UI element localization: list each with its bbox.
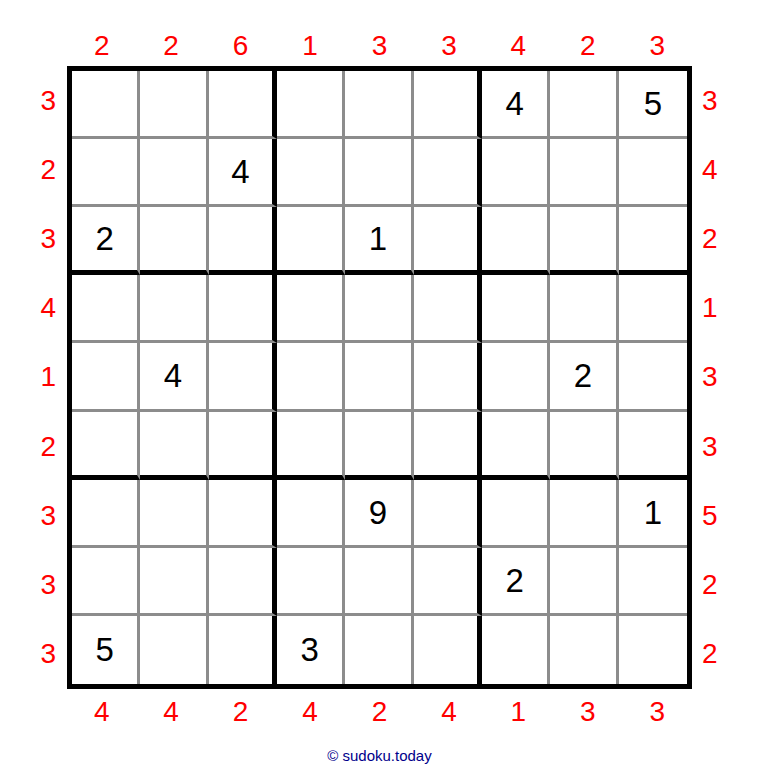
sudoku-cell-r4c4[interactable] bbox=[277, 275, 345, 343]
sudoku-cell-r8c9[interactable] bbox=[619, 548, 687, 616]
sudoku-cell-r9c3[interactable] bbox=[209, 616, 277, 684]
sudoku-cell-r2c4[interactable] bbox=[277, 139, 345, 207]
sudoku-cell-r1c9[interactable]: 5 bbox=[619, 71, 687, 139]
sudoku-cell-r7c2[interactable] bbox=[140, 480, 208, 548]
clue-bottom-4: 4 bbox=[275, 692, 344, 732]
sudoku-cell-r1c5[interactable] bbox=[345, 71, 413, 139]
clue-left-7: 3 bbox=[26, 481, 64, 550]
sudoku-cell-r2c8[interactable] bbox=[550, 139, 618, 207]
sudoku-cell-r6c7[interactable] bbox=[482, 412, 550, 480]
clue-right-8: 2 bbox=[694, 551, 734, 620]
sudoku-cell-r3c5[interactable]: 1 bbox=[345, 207, 413, 275]
clue-right-5: 3 bbox=[694, 343, 734, 412]
sudoku-cell-r7c8[interactable] bbox=[550, 480, 618, 548]
sudoku-cell-r6c8[interactable] bbox=[550, 412, 618, 480]
clue-bottom-3: 2 bbox=[206, 692, 275, 732]
sudoku-cell-r1c3[interactable] bbox=[209, 71, 277, 139]
sudoku-cell-r6c3[interactable] bbox=[209, 412, 277, 480]
clue-left-8: 3 bbox=[26, 551, 64, 620]
site-credit: © sudoku.today bbox=[0, 747, 759, 764]
clue-top-8: 2 bbox=[553, 24, 622, 64]
left-clues: 323412333 bbox=[26, 66, 64, 689]
puzzle-page: 226133423 323412333 342133522 442424133 … bbox=[0, 0, 759, 779]
sudoku-cell-r6c4[interactable] bbox=[277, 412, 345, 480]
sudoku-cell-r2c6[interactable] bbox=[414, 139, 482, 207]
clue-right-1: 3 bbox=[694, 66, 734, 135]
sudoku-cell-r9c9[interactable] bbox=[619, 616, 687, 684]
sudoku-board: 454214291253 bbox=[67, 66, 692, 689]
sudoku-cell-r7c9[interactable]: 1 bbox=[619, 480, 687, 548]
sudoku-cell-r4c1[interactable] bbox=[72, 275, 140, 343]
clue-top-3: 6 bbox=[206, 24, 275, 64]
sudoku-cell-r3c6[interactable] bbox=[414, 207, 482, 275]
sudoku-cell-r5c8[interactable]: 2 bbox=[550, 343, 618, 411]
sudoku-cell-r8c6[interactable] bbox=[414, 548, 482, 616]
sudoku-cell-r6c1[interactable] bbox=[72, 412, 140, 480]
clue-left-9: 3 bbox=[26, 620, 64, 689]
clue-right-9: 2 bbox=[694, 620, 734, 689]
clue-top-5: 3 bbox=[345, 24, 414, 64]
clue-top-9: 3 bbox=[623, 24, 692, 64]
sudoku-cell-r4c8[interactable] bbox=[550, 275, 618, 343]
sudoku-cell-r9c8[interactable] bbox=[550, 616, 618, 684]
clue-top-7: 4 bbox=[484, 24, 553, 64]
sudoku-cell-r7c1[interactable] bbox=[72, 480, 140, 548]
sudoku-cell-r4c9[interactable] bbox=[619, 275, 687, 343]
sudoku-cell-r9c5[interactable] bbox=[345, 616, 413, 684]
sudoku-cell-r5c5[interactable] bbox=[345, 343, 413, 411]
sudoku-cell-r4c7[interactable] bbox=[482, 275, 550, 343]
sudoku-cell-r7c3[interactable] bbox=[209, 480, 277, 548]
sudoku-cell-r2c5[interactable] bbox=[345, 139, 413, 207]
sudoku-cell-r3c4[interactable] bbox=[277, 207, 345, 275]
clue-left-1: 3 bbox=[26, 66, 64, 135]
sudoku-cell-r7c5[interactable]: 9 bbox=[345, 480, 413, 548]
sudoku-cell-r5c4[interactable] bbox=[277, 343, 345, 411]
sudoku-cell-r2c1[interactable] bbox=[72, 139, 140, 207]
sudoku-cell-r4c6[interactable] bbox=[414, 275, 482, 343]
sudoku-cell-r1c1[interactable] bbox=[72, 71, 140, 139]
clue-bottom-5: 2 bbox=[345, 692, 414, 732]
clue-top-1: 2 bbox=[67, 24, 136, 64]
sudoku-cell-r8c1[interactable] bbox=[72, 548, 140, 616]
clue-bottom-1: 4 bbox=[67, 692, 136, 732]
clue-bottom-8: 3 bbox=[553, 692, 622, 732]
sudoku-cell-r6c5[interactable] bbox=[345, 412, 413, 480]
sudoku-cell-r1c8[interactable] bbox=[550, 71, 618, 139]
clue-bottom-7: 1 bbox=[484, 692, 553, 732]
clue-right-4: 1 bbox=[694, 274, 734, 343]
clue-left-4: 4 bbox=[26, 274, 64, 343]
sudoku-cell-r2c3[interactable]: 4 bbox=[209, 139, 277, 207]
clue-bottom-2: 4 bbox=[136, 692, 205, 732]
sudoku-cell-r9c7[interactable] bbox=[482, 616, 550, 684]
sudoku-cell-r8c8[interactable] bbox=[550, 548, 618, 616]
clue-right-6: 3 bbox=[694, 412, 734, 481]
sudoku-cell-r1c4[interactable] bbox=[277, 71, 345, 139]
sudoku-cell-r3c3[interactable] bbox=[209, 207, 277, 275]
sudoku-cell-r3c1[interactable]: 2 bbox=[72, 207, 140, 275]
clue-left-3: 3 bbox=[26, 204, 64, 273]
right-clues: 342133522 bbox=[694, 66, 734, 689]
clue-left-6: 2 bbox=[26, 412, 64, 481]
sudoku-cell-r4c3[interactable] bbox=[209, 275, 277, 343]
sudoku-cell-r9c1[interactable]: 5 bbox=[72, 616, 140, 684]
sudoku-cell-r7c4[interactable] bbox=[277, 480, 345, 548]
sudoku-cell-r1c7[interactable]: 4 bbox=[482, 71, 550, 139]
sudoku-cell-r2c9[interactable] bbox=[619, 139, 687, 207]
clue-right-3: 2 bbox=[694, 204, 734, 273]
sudoku-cell-r7c7[interactable] bbox=[482, 480, 550, 548]
sudoku-cell-r8c3[interactable] bbox=[209, 548, 277, 616]
sudoku-cell-r2c7[interactable] bbox=[482, 139, 550, 207]
sudoku-cell-r3c9[interactable] bbox=[619, 207, 687, 275]
clue-right-2: 4 bbox=[694, 135, 734, 204]
clue-left-5: 1 bbox=[26, 343, 64, 412]
sudoku-cell-r5c6[interactable] bbox=[414, 343, 482, 411]
sudoku-cell-r8c5[interactable] bbox=[345, 548, 413, 616]
sudoku-cell-r9c2[interactable] bbox=[140, 616, 208, 684]
clue-top-2: 2 bbox=[136, 24, 205, 64]
sudoku-cell-r9c4[interactable]: 3 bbox=[277, 616, 345, 684]
clue-top-4: 1 bbox=[275, 24, 344, 64]
sudoku-cell-r3c2[interactable] bbox=[140, 207, 208, 275]
sudoku-cell-r3c7[interactable] bbox=[482, 207, 550, 275]
sudoku-cell-r4c2[interactable] bbox=[140, 275, 208, 343]
sudoku-cell-r5c1[interactable] bbox=[72, 343, 140, 411]
sudoku-cell-r6c2[interactable] bbox=[140, 412, 208, 480]
sudoku-cell-r4c5[interactable] bbox=[345, 275, 413, 343]
bottom-clues: 442424133 bbox=[67, 692, 692, 732]
sudoku-cell-r1c6[interactable] bbox=[414, 71, 482, 139]
clue-left-2: 2 bbox=[26, 135, 64, 204]
sudoku-cell-r5c2[interactable]: 4 bbox=[140, 343, 208, 411]
sudoku-cell-r3c8[interactable] bbox=[550, 207, 618, 275]
sudoku-cell-r9c6[interactable] bbox=[414, 616, 482, 684]
sudoku-cell-r8c4[interactable] bbox=[277, 548, 345, 616]
clue-bottom-6: 4 bbox=[414, 692, 483, 732]
sudoku-cell-r5c7[interactable] bbox=[482, 343, 550, 411]
sudoku-cell-r1c2[interactable] bbox=[140, 71, 208, 139]
sudoku-cell-r6c6[interactable] bbox=[414, 412, 482, 480]
sudoku-cell-r5c9[interactable] bbox=[619, 343, 687, 411]
sudoku-cell-r2c2[interactable] bbox=[140, 139, 208, 207]
clue-right-7: 5 bbox=[694, 481, 734, 550]
sudoku-cell-r5c3[interactable] bbox=[209, 343, 277, 411]
sudoku-cell-r6c9[interactable] bbox=[619, 412, 687, 480]
sudoku-cell-r8c2[interactable] bbox=[140, 548, 208, 616]
sudoku-cell-r8c7[interactable]: 2 bbox=[482, 548, 550, 616]
sudoku-cell-r7c6[interactable] bbox=[414, 480, 482, 548]
top-clues: 226133423 bbox=[67, 24, 692, 64]
clue-top-6: 3 bbox=[414, 24, 483, 64]
clue-bottom-9: 3 bbox=[623, 692, 692, 732]
